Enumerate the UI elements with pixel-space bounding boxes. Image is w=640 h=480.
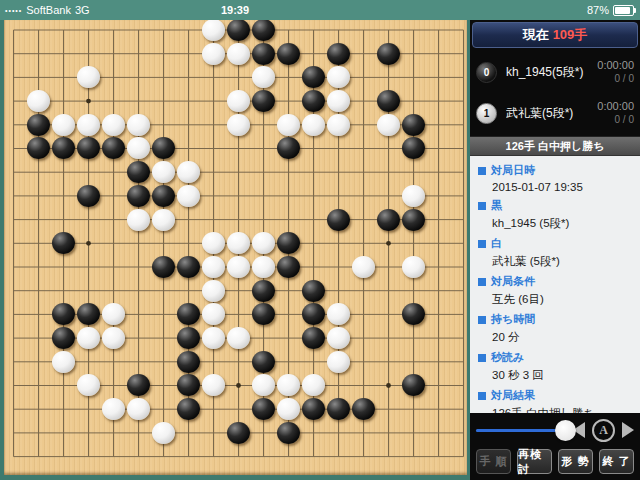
black-stone [302,303,325,325]
white-stone [152,422,175,444]
info-item: 対局日時2015-01-07 19:35 [478,163,634,193]
player-time: 0:00:00 [597,100,634,114]
white-stone [327,303,350,325]
bullet-icon [478,392,486,400]
auto-play-button[interactable]: A [592,419,615,442]
white-stone [202,256,225,278]
black-stone [327,398,350,420]
player-row: 0kh_1945(5段*)0:00:000 / 0 [470,52,640,93]
white-stone [127,114,150,136]
player-name: 武礼葉(5段*) [506,105,597,122]
black-stone [127,161,150,183]
next-move-button[interactable] [622,422,634,438]
black-stone [177,303,200,325]
info-label: 黒 [478,198,634,213]
button-手順[interactable]: 手 順 [476,449,511,474]
current-move-prefix: 現在 [523,26,549,44]
info-label: 対局日時 [478,163,634,178]
info-item: 対局結果126手 白中押し勝ち [478,388,634,413]
info-value: 30 秒 3 回 [478,365,634,383]
black-stone [402,303,425,325]
white-stone [377,114,400,136]
black-stone [302,327,325,349]
black-stone [402,137,425,159]
white-stone [327,66,350,88]
black-stone [77,303,100,325]
black-stone [252,90,275,112]
white-stone [227,43,250,65]
black-stone [227,422,250,444]
black-stone [177,327,200,349]
black-stone-icon: 0 [476,62,497,83]
black-stone [252,351,275,373]
black-stone [52,303,75,325]
info-value: 126手 白中押し勝ち [478,403,634,413]
black-stone [327,209,350,231]
white-stone [202,374,225,396]
player-list: 0kh_1945(5段*)0:00:000 / 01武礼葉(5段*)0:00:0… [470,48,640,136]
info-value: kh_1945 (5段*) [478,213,634,231]
black-stone [227,20,250,41]
black-stone [402,374,425,396]
black-stone [277,232,300,254]
bullet-icon [478,278,486,286]
white-stone [252,256,275,278]
white-stone [402,185,425,207]
white-stone [202,232,225,254]
white-stone-icon: 1 [476,103,497,124]
white-stone [152,209,175,231]
info-label: 秒読み [478,350,634,365]
white-stone [77,374,100,396]
black-stone [177,351,200,373]
black-stone [277,422,300,444]
white-stone [227,232,250,254]
player-row: 1武礼葉(5段*)0:00:000 / 0 [470,93,640,134]
info-item: 黒kh_1945 (5段*) [478,198,634,231]
black-stone [252,303,275,325]
playback-controls: A 手 順再検討形 勢終 了 [470,413,640,480]
slider-thumb[interactable] [555,420,576,441]
white-stone [177,161,200,183]
current-move-bar: 現在 109手 [472,22,638,48]
go-app-window: ••••• SoftBank 3G 19:39 87% 現在 109手 0kh_… [0,0,640,480]
info-item: 白武礼葉 (5段*) [478,236,634,269]
white-stone [252,232,275,254]
white-stone [77,66,100,88]
player-periods: 0 / 0 [597,73,634,86]
info-panel: 現在 109手 0kh_1945(5段*)0:00:000 / 01武礼葉(5段… [470,20,640,480]
stone-grid[interactable] [4,20,467,468]
info-value: 2015-01-07 19:35 [478,178,634,193]
black-stone [277,137,300,159]
white-stone [252,374,275,396]
white-stone [52,114,75,136]
info-label: 持ち時間 [478,312,634,327]
info-value: 武礼葉 (5段*) [478,251,634,269]
black-stone [77,137,100,159]
bullet-icon [478,167,486,175]
black-stone [127,185,150,207]
black-stone [27,137,50,159]
info-label: 対局結果 [478,388,634,403]
result-bar: 126手 白中押し勝ち [470,136,640,156]
black-stone [27,114,50,136]
black-stone [402,114,425,136]
white-stone [102,327,125,349]
white-stone [77,327,100,349]
white-stone [352,256,375,278]
black-stone [377,43,400,65]
white-stone [327,327,350,349]
white-stone [202,327,225,349]
white-stone [227,327,250,349]
info-label: 白 [478,236,634,251]
white-stone [277,114,300,136]
bullet-icon [478,316,486,324]
white-stone [177,185,200,207]
action-button-row: 手 順再検討形 勢終 了 [476,449,634,474]
white-stone [202,20,225,41]
black-stone [177,398,200,420]
black-stone [252,43,275,65]
black-stone [377,209,400,231]
white-stone [77,114,100,136]
white-stone [27,90,50,112]
white-stone [127,137,150,159]
black-stone [77,185,100,207]
player-name: kh_1945(5段*) [506,64,597,81]
white-stone [127,209,150,231]
white-stone [202,303,225,325]
bullet-icon [478,354,486,362]
bullet-icon [478,240,486,248]
black-stone [302,280,325,302]
white-stone [277,398,300,420]
black-stone [52,327,75,349]
white-stone [227,256,250,278]
black-stone [327,43,350,65]
white-stone [202,43,225,65]
status-right: 87% [587,4,640,16]
button-形勢[interactable]: 形 勢 [558,449,593,474]
button-終了[interactable]: 終 了 [599,449,634,474]
white-stone [102,398,125,420]
black-stone [177,374,200,396]
black-stone [52,232,75,254]
white-stone [102,303,125,325]
player-time: 0:00:00 [597,59,634,73]
black-stone [402,209,425,231]
move-slider[interactable] [476,420,566,440]
black-stone [302,66,325,88]
black-stone [252,20,275,41]
white-stone [252,66,275,88]
bullet-icon [478,202,486,210]
white-stone [227,114,250,136]
status-bar: ••••• SoftBank 3G 19:39 87% [0,0,640,20]
info-value: 20 分 [478,327,634,345]
button-再検討[interactable]: 再検討 [517,449,552,474]
black-stone [252,398,275,420]
goban[interactable] [4,20,467,475]
black-stone [127,374,150,396]
white-stone [102,114,125,136]
black-stone [152,185,175,207]
battery-percent-label: 87% [587,4,609,16]
player-periods: 0 / 0 [597,114,634,127]
white-stone [302,114,325,136]
white-stone [402,256,425,278]
black-stone [352,398,375,420]
white-stone [327,351,350,373]
black-stone [277,256,300,278]
black-stone [102,137,125,159]
white-stone [277,374,300,396]
white-stone [152,161,175,183]
black-stone [277,43,300,65]
black-stone [302,90,325,112]
white-stone [52,351,75,373]
white-stone [227,90,250,112]
info-item: 対局条件互先 (6目) [478,274,634,307]
black-stone [252,280,275,302]
black-stone [377,90,400,112]
white-stone [127,398,150,420]
info-item: 持ち時間20 分 [478,312,634,345]
current-move-number: 109手 [553,26,588,44]
info-item: 秒読み30 秒 3 回 [478,350,634,383]
black-stone [52,137,75,159]
black-stone [152,137,175,159]
white-stone [327,114,350,136]
info-label: 対局条件 [478,274,634,289]
black-stone [177,256,200,278]
white-stone [202,280,225,302]
game-info-list: 対局日時2015-01-07 19:35黒kh_1945 (5段*)白武礼葉 (… [470,156,640,413]
board-area [0,20,470,480]
info-value: 互先 (6目) [478,289,634,307]
battery-icon [613,5,634,16]
white-stone [327,90,350,112]
black-stone [152,256,175,278]
clock-label: 19:39 [0,4,470,16]
white-stone [302,374,325,396]
black-stone [302,398,325,420]
